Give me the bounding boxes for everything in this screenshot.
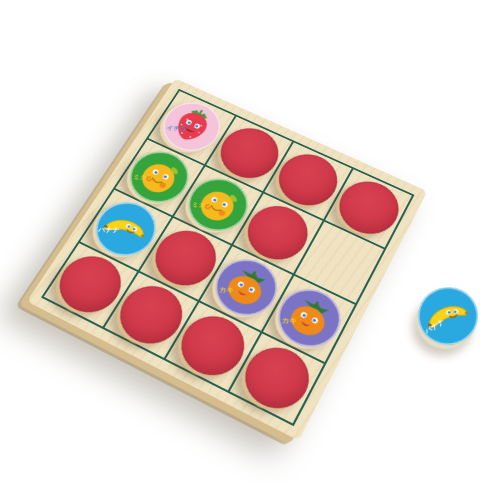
tile-label: カキ <box>218 286 234 294</box>
tile-label: ミカン <box>133 173 155 180</box>
tile-label: カキ <box>281 317 297 325</box>
scene: イチゴ ミカン ミカン バナナ カキ カキ バナナ <box>0 0 500 500</box>
game-board: イチゴ ミカン ミカン バナナ カキ カキ <box>27 78 428 440</box>
board-grid: イチゴ ミカン ミカン バナナ カキ カキ <box>41 89 414 426</box>
tile-label: イチゴ <box>166 125 187 133</box>
banana-icon: バナナ <box>415 284 481 348</box>
disc-banana-loose[interactable]: バナナ <box>415 284 481 348</box>
tile-label: ミカン <box>192 201 214 209</box>
board-surface: イチゴ ミカン ミカン バナナ カキ カキ <box>27 78 428 440</box>
tile-label: バナナ <box>97 226 120 234</box>
